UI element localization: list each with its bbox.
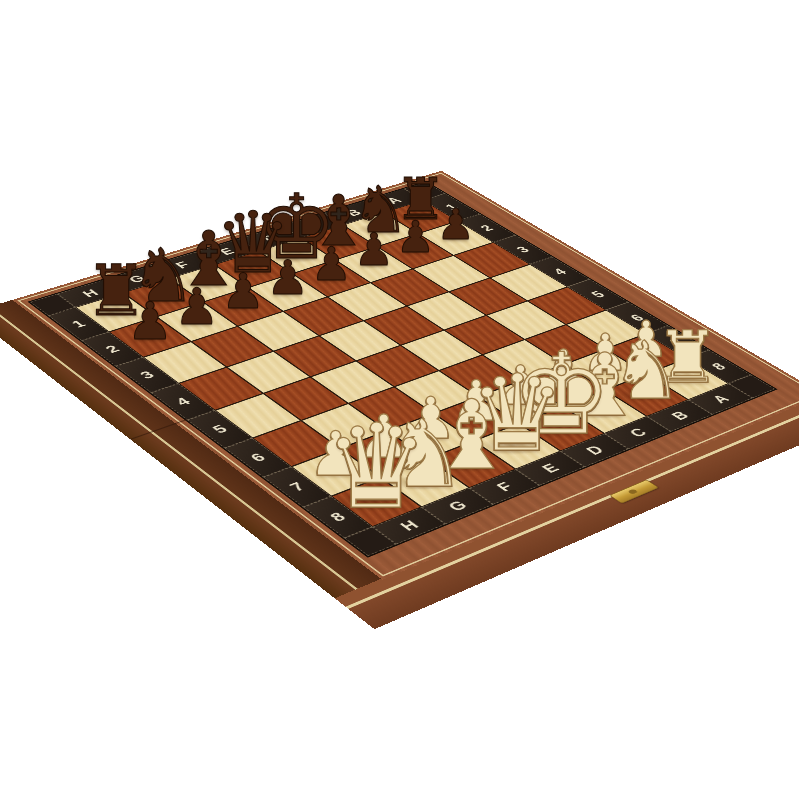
product-photo: HGFEDCBA1122334455667788HGFEDCBA ♜♞♝♛♚♝♞… <box>0 0 799 799</box>
dark-pawn-c2: ♟ <box>354 229 394 274</box>
dark-pawn-a2: ♟ <box>437 204 475 246</box>
dark-pawn-b2: ♟ <box>396 216 435 260</box>
dark-pawn-f2: ♟ <box>221 268 265 317</box>
dark-pawn-e2: ♟ <box>267 254 310 301</box>
light-queen-h8: ♛ <box>324 408 428 524</box>
dark-pawn-d2: ♟ <box>311 241 352 287</box>
dark-pawn-g2: ♟ <box>175 281 220 331</box>
dark-pawn-h2: ♟ <box>127 295 173 347</box>
pieces-layer: ♜♞♝♛♚♝♞♜♟♟♟♟♟♟♟♟♟♟♟♟♟♟♟♟♛♞♝♛♚♝♞♜ <box>0 0 799 799</box>
